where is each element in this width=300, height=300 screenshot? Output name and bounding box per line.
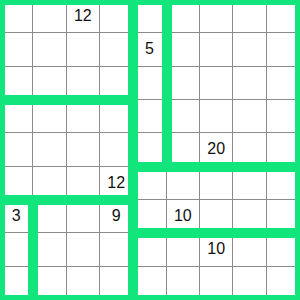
- cell-r1c1[interactable]: [33, 33, 66, 66]
- cell-r0c5[interactable]: [167, 0, 200, 33]
- cell-r2c0[interactable]: [0, 67, 33, 100]
- cell-r2c2[interactable]: [67, 67, 100, 100]
- cell-r8c3[interactable]: [100, 267, 133, 300]
- cell-r1c2[interactable]: [67, 33, 100, 66]
- cell-r5c1[interactable]: [33, 167, 66, 200]
- clue-number: 10: [174, 208, 192, 224]
- cell-r6c1[interactable]: [33, 200, 66, 233]
- cell-r7c4[interactable]: [133, 233, 166, 266]
- cell-r0c4[interactable]: [133, 0, 166, 33]
- cell-grid: 1252012391010: [0, 0, 300, 300]
- cell-r6c3[interactable]: 9: [100, 200, 133, 233]
- cell-r3c2[interactable]: [67, 100, 100, 133]
- cell-r6c5[interactable]: 10: [167, 200, 200, 233]
- cell-r6c0[interactable]: 3: [0, 200, 33, 233]
- cell-r8c2[interactable]: [67, 267, 100, 300]
- cell-r5c4[interactable]: [133, 167, 166, 200]
- clue-number: 9: [112, 208, 121, 224]
- cell-r4c2[interactable]: [67, 133, 100, 166]
- cell-r3c7[interactable]: [233, 100, 266, 133]
- cell-r8c8[interactable]: [267, 267, 300, 300]
- clue-number: 10: [207, 241, 225, 257]
- cell-r8c5[interactable]: [167, 267, 200, 300]
- cell-r3c3[interactable]: [100, 100, 133, 133]
- cell-r6c7[interactable]: [233, 200, 266, 233]
- cell-r2c1[interactable]: [33, 67, 66, 100]
- cell-r7c8[interactable]: [267, 233, 300, 266]
- cell-r3c1[interactable]: [33, 100, 66, 133]
- cell-r5c6[interactable]: [200, 167, 233, 200]
- cell-r4c5[interactable]: [167, 133, 200, 166]
- cell-r2c3[interactable]: [100, 67, 133, 100]
- cell-r1c0[interactable]: [0, 33, 33, 66]
- cell-r4c8[interactable]: [267, 133, 300, 166]
- cell-r3c4[interactable]: [133, 100, 166, 133]
- shikaku-board: 1252012391010: [0, 0, 300, 300]
- clue-number: 20: [207, 141, 225, 157]
- cell-r5c0[interactable]: [0, 167, 33, 200]
- cell-r5c7[interactable]: [233, 167, 266, 200]
- cell-r6c8[interactable]: [267, 200, 300, 233]
- cell-r7c5[interactable]: [167, 233, 200, 266]
- cell-r4c0[interactable]: [0, 133, 33, 166]
- cell-r0c0[interactable]: [0, 0, 33, 33]
- cell-r8c6[interactable]: [200, 267, 233, 300]
- clue-number: 12: [74, 8, 92, 24]
- cell-r8c4[interactable]: [133, 267, 166, 300]
- cell-r4c4[interactable]: [133, 133, 166, 166]
- cell-r5c2[interactable]: [67, 167, 100, 200]
- cell-r7c1[interactable]: [33, 233, 66, 266]
- cell-r5c8[interactable]: [267, 167, 300, 200]
- cell-r0c1[interactable]: [33, 0, 66, 33]
- cell-r4c6[interactable]: 20: [200, 133, 233, 166]
- cell-r1c5[interactable]: [167, 33, 200, 66]
- cell-r0c2[interactable]: 12: [67, 0, 100, 33]
- cell-r3c8[interactable]: [267, 100, 300, 133]
- cell-r4c3[interactable]: [100, 133, 133, 166]
- cell-r1c4[interactable]: 5: [133, 33, 166, 66]
- cell-r1c7[interactable]: [233, 33, 266, 66]
- cell-r8c0[interactable]: [0, 267, 33, 300]
- cell-r8c7[interactable]: [233, 267, 266, 300]
- clue-number: 3: [12, 208, 21, 224]
- cell-r3c5[interactable]: [167, 100, 200, 133]
- cell-r6c2[interactable]: [67, 200, 100, 233]
- cell-r2c7[interactable]: [233, 67, 266, 100]
- cell-r2c6[interactable]: [200, 67, 233, 100]
- cell-r5c5[interactable]: [167, 167, 200, 200]
- cell-r1c6[interactable]: [200, 33, 233, 66]
- cell-r3c0[interactable]: [0, 100, 33, 133]
- cell-r6c4[interactable]: [133, 200, 166, 233]
- cell-r7c7[interactable]: [233, 233, 266, 266]
- cell-r3c6[interactable]: [200, 100, 233, 133]
- cell-r1c8[interactable]: [267, 33, 300, 66]
- cell-r1c3[interactable]: [100, 33, 133, 66]
- cell-r7c3[interactable]: [100, 233, 133, 266]
- cell-r2c8[interactable]: [267, 67, 300, 100]
- cell-r7c2[interactable]: [67, 233, 100, 266]
- cell-r6c6[interactable]: [200, 200, 233, 233]
- cell-r8c1[interactable]: [33, 267, 66, 300]
- cell-r7c6[interactable]: 10: [200, 233, 233, 266]
- clue-number: 12: [107, 175, 125, 191]
- cell-r0c8[interactable]: [267, 0, 300, 33]
- cell-r0c7[interactable]: [233, 0, 266, 33]
- cell-r0c6[interactable]: [200, 0, 233, 33]
- cell-r7c0[interactable]: [0, 233, 33, 266]
- cell-r2c4[interactable]: [133, 67, 166, 100]
- cell-r5c3[interactable]: 12: [100, 167, 133, 200]
- clue-number: 5: [145, 41, 154, 57]
- cell-r4c7[interactable]: [233, 133, 266, 166]
- cell-r0c3[interactable]: [100, 0, 133, 33]
- cell-r2c5[interactable]: [167, 67, 200, 100]
- cell-r4c1[interactable]: [33, 133, 66, 166]
